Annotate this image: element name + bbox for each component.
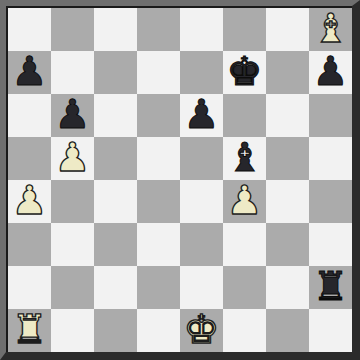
square-a2[interactable] <box>8 266 51 309</box>
square-g7[interactable] <box>266 51 309 94</box>
square-b5[interactable]: ♟ <box>51 137 94 180</box>
black-bishop[interactable]: ♝ <box>227 137 263 179</box>
square-b7[interactable] <box>51 51 94 94</box>
black-pawn[interactable]: ♟ <box>313 51 349 93</box>
square-h3[interactable] <box>309 223 352 266</box>
square-b2[interactable] <box>51 266 94 309</box>
square-c7[interactable] <box>94 51 137 94</box>
square-g4[interactable] <box>266 180 309 223</box>
white-king[interactable]: ♚ <box>184 309 220 351</box>
square-e6[interactable]: ♟ <box>180 94 223 137</box>
square-b4[interactable] <box>51 180 94 223</box>
square-e7[interactable] <box>180 51 223 94</box>
square-d7[interactable] <box>137 51 180 94</box>
square-a4[interactable]: ♟ <box>8 180 51 223</box>
square-h2[interactable]: ♜ <box>309 266 352 309</box>
black-pawn[interactable]: ♟ <box>12 51 48 93</box>
board-frame: ♝♟♚♟♟♟♟♝♟♟♜♜♚ <box>0 0 360 360</box>
square-e5[interactable] <box>180 137 223 180</box>
square-e4[interactable] <box>180 180 223 223</box>
square-h1[interactable] <box>309 309 352 352</box>
white-rook[interactable]: ♜ <box>12 309 48 351</box>
black-pawn[interactable]: ♟ <box>184 94 220 136</box>
square-b3[interactable] <box>51 223 94 266</box>
square-f5[interactable]: ♝ <box>223 137 266 180</box>
square-a3[interactable] <box>8 223 51 266</box>
square-f1[interactable] <box>223 309 266 352</box>
square-g6[interactable] <box>266 94 309 137</box>
square-a7[interactable]: ♟ <box>8 51 51 94</box>
square-c3[interactable] <box>94 223 137 266</box>
square-e1[interactable]: ♚ <box>180 309 223 352</box>
square-d3[interactable] <box>137 223 180 266</box>
white-bishop[interactable]: ♝ <box>313 8 349 50</box>
black-rook[interactable]: ♜ <box>313 266 349 308</box>
square-g2[interactable] <box>266 266 309 309</box>
square-f6[interactable] <box>223 94 266 137</box>
white-pawn[interactable]: ♟ <box>12 180 48 222</box>
square-f8[interactable] <box>223 8 266 51</box>
square-h4[interactable] <box>309 180 352 223</box>
square-f7[interactable]: ♚ <box>223 51 266 94</box>
black-king[interactable]: ♚ <box>227 51 263 93</box>
square-c4[interactable] <box>94 180 137 223</box>
black-pawn[interactable]: ♟ <box>55 94 91 136</box>
square-d4[interactable] <box>137 180 180 223</box>
white-pawn[interactable]: ♟ <box>227 180 263 222</box>
square-c2[interactable] <box>94 266 137 309</box>
square-h8[interactable]: ♝ <box>309 8 352 51</box>
square-g5[interactable] <box>266 137 309 180</box>
square-a8[interactable] <box>8 8 51 51</box>
square-d8[interactable] <box>137 8 180 51</box>
square-b1[interactable] <box>51 309 94 352</box>
chess-board: ♝♟♚♟♟♟♟♝♟♟♜♜♚ <box>8 8 352 352</box>
square-f3[interactable] <box>223 223 266 266</box>
square-g3[interactable] <box>266 223 309 266</box>
square-e3[interactable] <box>180 223 223 266</box>
square-d1[interactable] <box>137 309 180 352</box>
square-d5[interactable] <box>137 137 180 180</box>
square-f4[interactable]: ♟ <box>223 180 266 223</box>
square-h5[interactable] <box>309 137 352 180</box>
square-c8[interactable] <box>94 8 137 51</box>
square-h6[interactable] <box>309 94 352 137</box>
square-f2[interactable] <box>223 266 266 309</box>
square-a1[interactable]: ♜ <box>8 309 51 352</box>
square-d6[interactable] <box>137 94 180 137</box>
square-c6[interactable] <box>94 94 137 137</box>
white-pawn[interactable]: ♟ <box>55 137 91 179</box>
square-b8[interactable] <box>51 8 94 51</box>
square-e8[interactable] <box>180 8 223 51</box>
square-a6[interactable] <box>8 94 51 137</box>
square-c1[interactable] <box>94 309 137 352</box>
square-d2[interactable] <box>137 266 180 309</box>
square-b6[interactable]: ♟ <box>51 94 94 137</box>
square-h7[interactable]: ♟ <box>309 51 352 94</box>
square-g1[interactable] <box>266 309 309 352</box>
square-e2[interactable] <box>180 266 223 309</box>
square-g8[interactable] <box>266 8 309 51</box>
square-c5[interactable] <box>94 137 137 180</box>
square-a5[interactable] <box>8 137 51 180</box>
